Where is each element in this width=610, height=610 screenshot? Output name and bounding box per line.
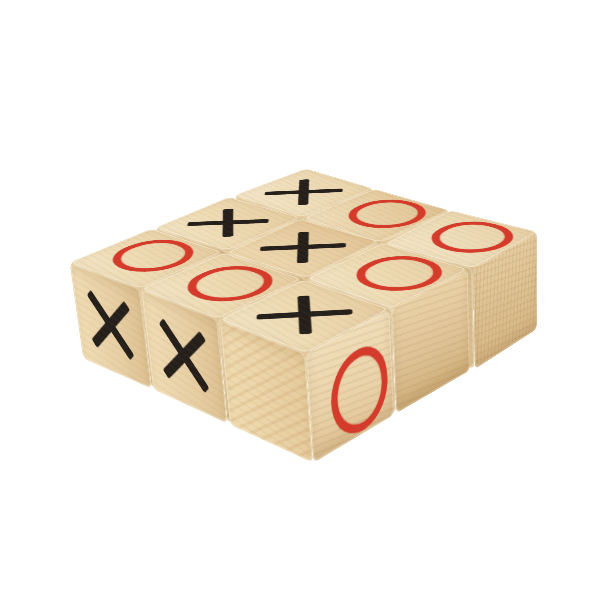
x-mark (141, 289, 228, 423)
tictactoe-board (71, 169, 537, 353)
o-mark (326, 333, 392, 449)
scene (0, 0, 610, 610)
product-photo-tictactoe (0, 0, 610, 610)
cube-r1c0-west-face (141, 289, 228, 423)
cube-r2c2-south-face (473, 232, 537, 369)
o-mark (98, 234, 208, 279)
